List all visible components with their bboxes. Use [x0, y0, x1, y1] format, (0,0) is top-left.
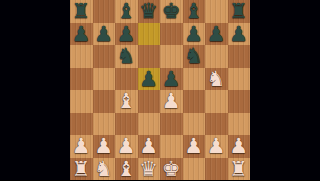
square-d1[interactable]: ♛: [138, 158, 161, 181]
square-a4[interactable]: [70, 90, 93, 113]
square-f5[interactable]: [183, 68, 206, 91]
square-a8[interactable]: ♜: [70, 0, 93, 23]
square-c1[interactable]: ♝: [115, 158, 138, 181]
square-g7[interactable]: ♟: [205, 23, 228, 46]
white-queen-d1: ♛: [139, 158, 158, 180]
square-c5[interactable]: [115, 68, 138, 91]
square-b3[interactable]: [93, 113, 116, 136]
square-b8[interactable]: [93, 0, 116, 23]
square-c3[interactable]: [115, 113, 138, 136]
square-e4[interactable]: ♟: [160, 90, 183, 113]
square-b5[interactable]: [93, 68, 116, 91]
black-pawn-g7: ♟: [207, 23, 226, 45]
white-rook-a1: ♜: [72, 158, 91, 180]
square-f8[interactable]: ♝: [183, 0, 206, 23]
square-e5[interactable]: ♟: [160, 68, 183, 91]
square-d8[interactable]: ♛: [138, 0, 161, 23]
square-e6[interactable]: [160, 45, 183, 68]
white-king-e1: ♚: [162, 158, 181, 180]
black-pawn-a7: ♟: [72, 23, 91, 45]
white-pawn-c2: ♟: [117, 135, 136, 157]
square-g8[interactable]: [205, 0, 228, 23]
letterbox-right: [250, 0, 320, 180]
white-pawn-f2: ♟: [184, 135, 203, 157]
square-d2[interactable]: ♟: [138, 135, 161, 158]
square-f3[interactable]: [183, 113, 206, 136]
square-b4[interactable]: [93, 90, 116, 113]
black-pawn-h7: ♟: [229, 23, 248, 45]
square-b6[interactable]: [93, 45, 116, 68]
chess-board: ♜♝♛♚♝♜♟♟♟♟♟♟♞♞♟♟♞♝♟♟♟♟♟♟♟♟♜♞♝♛♚♜: [70, 0, 250, 180]
square-f7[interactable]: ♟: [183, 23, 206, 46]
black-pawn-f7: ♟: [184, 23, 203, 45]
square-h3[interactable]: [228, 113, 251, 136]
square-h6[interactable]: [228, 45, 251, 68]
square-a1[interactable]: ♜: [70, 158, 93, 181]
white-pawn-h2: ♟: [229, 135, 248, 157]
square-g1[interactable]: [205, 158, 228, 181]
white-knight-b1: ♞: [94, 158, 113, 180]
black-queen-d8: ♛: [139, 0, 158, 22]
video-frame: ♜♝♛♚♝♜♟♟♟♟♟♟♞♞♟♟♞♝♟♟♟♟♟♟♟♟♜♞♝♛♚♜: [0, 0, 320, 180]
square-a2[interactable]: ♟: [70, 135, 93, 158]
square-c8[interactable]: ♝: [115, 0, 138, 23]
square-d5[interactable]: ♟: [138, 68, 161, 91]
square-f2[interactable]: ♟: [183, 135, 206, 158]
square-b2[interactable]: ♟: [93, 135, 116, 158]
square-d6[interactable]: [138, 45, 161, 68]
square-a7[interactable]: ♟: [70, 23, 93, 46]
black-bishop-f8: ♝: [184, 0, 203, 22]
square-g2[interactable]: ♟: [205, 135, 228, 158]
white-pawn-d2: ♟: [139, 135, 158, 157]
square-g4[interactable]: [205, 90, 228, 113]
black-pawn-b7: ♟: [94, 23, 113, 45]
square-f1[interactable]: [183, 158, 206, 181]
black-knight-c6: ♞: [117, 45, 136, 67]
square-a6[interactable]: [70, 45, 93, 68]
square-e2[interactable]: [160, 135, 183, 158]
black-king-e8: ♚: [162, 0, 181, 22]
square-c7[interactable]: ♟: [115, 23, 138, 46]
square-c4[interactable]: ♝: [115, 90, 138, 113]
square-a3[interactable]: [70, 113, 93, 136]
square-h1[interactable]: ♜: [228, 158, 251, 181]
black-pawn-e5: ♟: [162, 68, 181, 90]
black-knight-f6: ♞: [184, 45, 203, 67]
square-h2[interactable]: ♟: [228, 135, 251, 158]
white-bishop-c1: ♝: [117, 158, 136, 180]
square-h8[interactable]: ♜: [228, 0, 251, 23]
square-d4[interactable]: [138, 90, 161, 113]
white-rook-h1: ♜: [229, 158, 248, 180]
black-bishop-c8: ♝: [117, 0, 136, 22]
black-rook-h8: ♜: [229, 0, 248, 22]
black-pawn-c7: ♟: [117, 23, 136, 45]
square-b1[interactable]: ♞: [93, 158, 116, 181]
white-pawn-b2: ♟: [94, 135, 113, 157]
square-f6[interactable]: ♞: [183, 45, 206, 68]
black-rook-a8: ♜: [72, 0, 91, 22]
square-c2[interactable]: ♟: [115, 135, 138, 158]
square-g5[interactable]: ♞: [205, 68, 228, 91]
white-knight-g5: ♞: [207, 68, 226, 90]
square-e3[interactable]: [160, 113, 183, 136]
square-g3[interactable]: [205, 113, 228, 136]
white-pawn-e4: ♟: [162, 90, 181, 112]
square-f4[interactable]: [183, 90, 206, 113]
letterbox-left: [0, 0, 70, 180]
square-a5[interactable]: [70, 68, 93, 91]
square-b7[interactable]: ♟: [93, 23, 116, 46]
square-h5[interactable]: [228, 68, 251, 91]
square-e8[interactable]: ♚: [160, 0, 183, 23]
black-pawn-d5: ♟: [139, 68, 158, 90]
square-c6[interactable]: ♞: [115, 45, 138, 68]
square-d3[interactable]: [138, 113, 161, 136]
white-bishop-c4: ♝: [117, 90, 136, 112]
white-pawn-a2: ♟: [72, 135, 91, 157]
square-e1[interactable]: ♚: [160, 158, 183, 181]
square-h4[interactable]: [228, 90, 251, 113]
square-d7[interactable]: [138, 23, 161, 46]
square-h7[interactable]: ♟: [228, 23, 251, 46]
square-g6[interactable]: [205, 45, 228, 68]
white-pawn-g2: ♟: [207, 135, 226, 157]
square-e7[interactable]: [160, 23, 183, 46]
